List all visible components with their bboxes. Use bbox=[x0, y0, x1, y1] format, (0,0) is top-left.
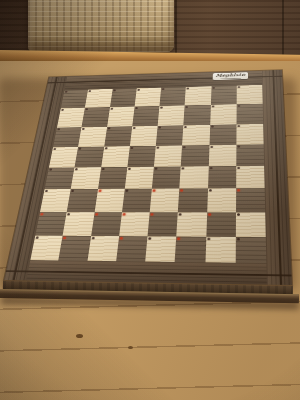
square bbox=[134, 88, 161, 107]
led-dot bbox=[119, 237, 122, 240]
led-dot bbox=[98, 190, 101, 192]
square bbox=[209, 124, 236, 145]
led-dot bbox=[104, 147, 107, 149]
led-dot bbox=[107, 127, 110, 129]
wood-seam bbox=[175, 0, 177, 57]
led-dot bbox=[150, 213, 153, 215]
led-dot bbox=[153, 190, 156, 192]
led-dot bbox=[237, 145, 240, 147]
led-dot bbox=[237, 86, 240, 88]
square bbox=[158, 106, 185, 126]
led-dot bbox=[71, 190, 74, 192]
square bbox=[181, 145, 209, 167]
led-dot bbox=[133, 127, 136, 129]
square bbox=[45, 167, 75, 189]
led-dot bbox=[135, 107, 138, 109]
led-dot bbox=[128, 168, 131, 170]
led-dot bbox=[209, 167, 212, 169]
led-dot bbox=[95, 213, 98, 215]
square bbox=[150, 189, 180, 212]
led-dot bbox=[53, 148, 56, 150]
chessboard-grid bbox=[30, 85, 266, 263]
square bbox=[119, 212, 150, 236]
led-dot bbox=[160, 107, 163, 109]
led-dot bbox=[177, 237, 180, 240]
square bbox=[175, 236, 206, 262]
square bbox=[184, 105, 211, 125]
square bbox=[178, 189, 207, 212]
square bbox=[185, 86, 211, 105]
led-dot bbox=[79, 147, 82, 149]
led-dot bbox=[210, 146, 213, 148]
led-dot bbox=[237, 189, 240, 191]
square bbox=[236, 188, 265, 212]
led-dot bbox=[101, 168, 104, 170]
led-dot bbox=[212, 87, 215, 89]
square bbox=[71, 167, 101, 189]
square bbox=[63, 212, 94, 236]
led-dot bbox=[187, 88, 190, 90]
square bbox=[53, 127, 82, 147]
led-dot bbox=[63, 236, 66, 239]
square bbox=[236, 104, 263, 124]
led-dot bbox=[208, 189, 211, 191]
led-dot bbox=[211, 125, 214, 127]
square bbox=[98, 167, 128, 189]
square bbox=[101, 146, 130, 167]
led-dot bbox=[155, 167, 158, 169]
square bbox=[94, 189, 124, 212]
photo-scene: Mephisto bbox=[0, 0, 300, 400]
led-dot bbox=[156, 146, 159, 148]
square bbox=[104, 126, 132, 146]
square bbox=[236, 212, 266, 237]
led-dot bbox=[208, 213, 211, 215]
led-dot bbox=[45, 190, 48, 192]
led-dot bbox=[183, 146, 186, 148]
square bbox=[82, 107, 110, 127]
square bbox=[75, 146, 104, 167]
square bbox=[177, 212, 207, 237]
square bbox=[91, 212, 122, 236]
square bbox=[67, 189, 98, 212]
led-dot bbox=[89, 90, 92, 92]
square bbox=[154, 145, 182, 166]
square bbox=[180, 166, 209, 188]
led-dot bbox=[237, 213, 240, 215]
led-dot bbox=[61, 109, 64, 111]
led-dot bbox=[110, 108, 113, 110]
wood-seam bbox=[282, 0, 284, 57]
square bbox=[132, 106, 159, 126]
led-dot bbox=[113, 89, 116, 91]
square bbox=[206, 212, 236, 237]
led-dot bbox=[179, 213, 182, 215]
square bbox=[61, 90, 88, 109]
square bbox=[127, 146, 156, 167]
square bbox=[87, 236, 119, 261]
led-dot bbox=[40, 213, 43, 215]
square bbox=[208, 166, 237, 189]
led-dot bbox=[91, 237, 94, 240]
led-dot bbox=[82, 128, 85, 130]
brand-subtext-line bbox=[220, 78, 241, 79]
led-dot bbox=[207, 237, 210, 240]
led-dot bbox=[237, 167, 240, 169]
square bbox=[40, 189, 71, 212]
square bbox=[125, 167, 154, 189]
led-dot bbox=[182, 167, 185, 169]
led-dot bbox=[137, 89, 140, 91]
square bbox=[205, 237, 236, 263]
led-dot bbox=[184, 126, 187, 128]
square bbox=[210, 104, 237, 124]
square bbox=[107, 107, 135, 127]
square bbox=[30, 235, 62, 260]
led-dot bbox=[85, 108, 88, 110]
square bbox=[49, 147, 78, 168]
square bbox=[78, 126, 106, 146]
led-dot bbox=[211, 106, 214, 108]
square bbox=[122, 189, 152, 212]
floor-knot bbox=[128, 346, 133, 349]
square bbox=[156, 125, 184, 146]
led-dot bbox=[237, 238, 240, 241]
square bbox=[148, 212, 179, 236]
square bbox=[235, 237, 266, 263]
square bbox=[182, 125, 209, 146]
floor-knot bbox=[76, 334, 83, 338]
led-dot bbox=[49, 168, 52, 170]
square bbox=[236, 85, 262, 105]
led-dot bbox=[67, 213, 70, 215]
square bbox=[116, 236, 148, 262]
square bbox=[85, 89, 112, 108]
square bbox=[58, 236, 90, 261]
square bbox=[57, 108, 85, 127]
square bbox=[236, 166, 265, 189]
led-dot bbox=[237, 125, 240, 127]
square bbox=[210, 86, 236, 105]
led-dot bbox=[130, 147, 133, 149]
square bbox=[35, 212, 67, 236]
led-dot bbox=[162, 88, 165, 90]
led-dot bbox=[36, 236, 39, 239]
led-dot bbox=[186, 106, 189, 108]
square bbox=[236, 124, 263, 145]
wicker-basket bbox=[28, 0, 174, 52]
led-dot bbox=[158, 126, 161, 128]
chessboard: Mephisto bbox=[4, 70, 292, 285]
square bbox=[159, 87, 186, 106]
led-dot bbox=[148, 237, 151, 240]
led-dot bbox=[57, 128, 60, 130]
square bbox=[130, 126, 158, 147]
led-dot bbox=[75, 168, 78, 170]
square bbox=[110, 88, 137, 107]
square bbox=[145, 236, 176, 262]
square bbox=[207, 189, 236, 213]
square bbox=[236, 144, 264, 166]
led-dot bbox=[237, 105, 240, 107]
led-dot bbox=[65, 91, 68, 93]
led-dot bbox=[180, 189, 183, 191]
led-dot bbox=[125, 190, 128, 192]
led-dot bbox=[122, 213, 125, 215]
square bbox=[208, 145, 236, 167]
square bbox=[152, 167, 181, 189]
mephisto-label: Mephisto bbox=[213, 72, 248, 80]
